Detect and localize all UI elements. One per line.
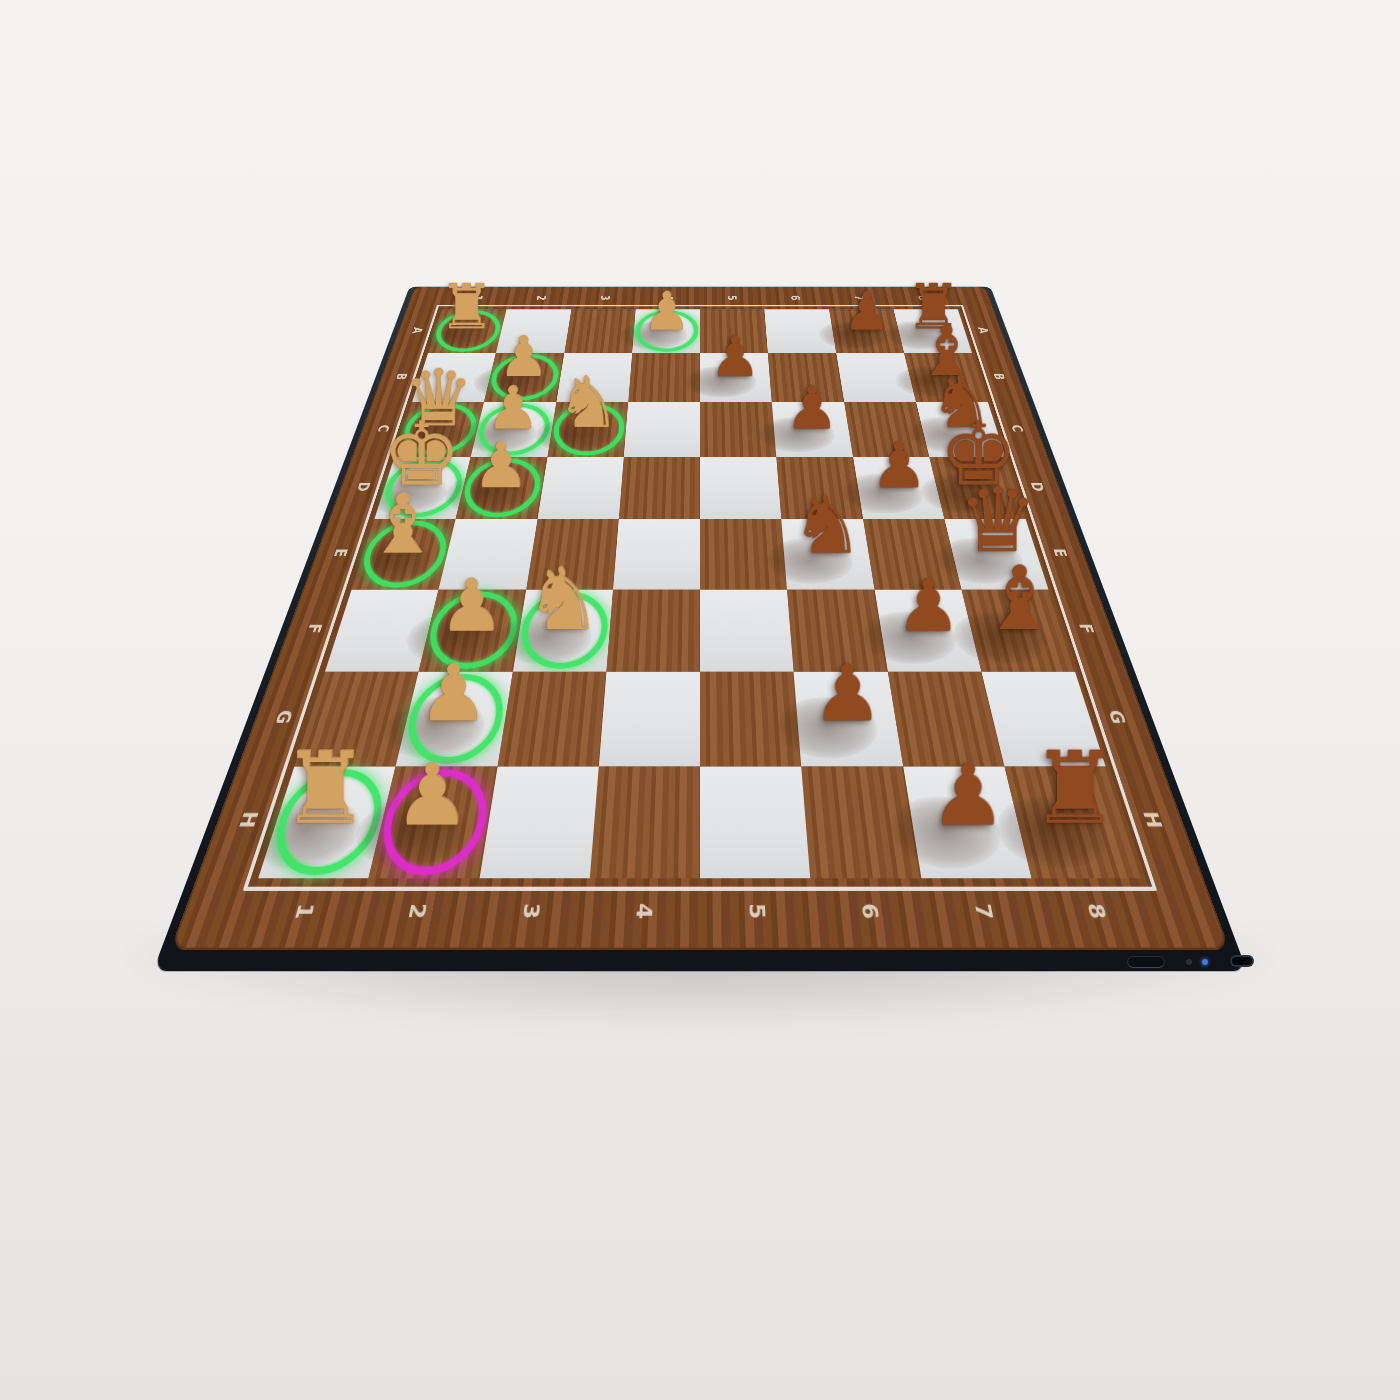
white-pawn-g2[interactable]: ♟ xyxy=(419,656,489,730)
square-a4[interactable]: ♟ xyxy=(632,309,700,353)
brown-pawn-g6[interactable]: ♟ xyxy=(813,656,883,730)
file-label-left-B: B xyxy=(393,373,410,380)
rank-label-far-8: 8 xyxy=(915,295,930,300)
square-f4[interactable] xyxy=(606,590,700,672)
rank-label-near-1: 1 xyxy=(290,903,318,920)
white-pawn-c2[interactable]: ♟ xyxy=(487,380,540,436)
square-g3[interactable] xyxy=(497,671,606,766)
square-h4[interactable] xyxy=(590,766,700,878)
white-knight-f3[interactable]: ♞ xyxy=(524,559,601,641)
file-label-left-E: E xyxy=(330,548,351,557)
rank-label-near-8: 8 xyxy=(1082,903,1110,920)
brown-pawn-b5[interactable]: ♟ xyxy=(710,331,760,384)
square-h3[interactable] xyxy=(479,766,598,878)
square-d3[interactable] xyxy=(537,457,623,519)
square-g6[interactable]: ♟ xyxy=(794,671,903,766)
rank-label-far-7: 7 xyxy=(852,295,866,300)
rank-label-near-7: 7 xyxy=(970,903,997,920)
square-f5[interactable] xyxy=(700,590,794,672)
rank-label-far-5: 5 xyxy=(725,295,738,300)
brown-knight-e6[interactable]: ♞ xyxy=(791,487,863,563)
square-a1[interactable]: ♜ xyxy=(428,309,507,353)
square-c6[interactable]: ♟ xyxy=(772,402,853,457)
status-led-blue xyxy=(1202,959,1208,965)
brown-rook-h8[interactable]: ♜ xyxy=(1030,741,1119,835)
chess-board: ♜♟♟♜♟♟♝♛♟♞♟♞♚♟♟♚♝♞♛♟♞♟♝♟♟♜♟♟♜ AA11BB22CC… xyxy=(170,287,1230,950)
playing-area: ♜♟♟♜♟♟♝♛♟♞♟♞♚♟♟♚♝♞♛♟♞♟♝♟♟♜♟♟♜ xyxy=(258,309,1142,878)
white-rook-h1[interactable]: ♜ xyxy=(281,741,370,835)
white-bishop-e1[interactable]: ♝ xyxy=(366,485,439,563)
rank-label-far-2: 2 xyxy=(534,295,548,300)
file-label-left-D: D xyxy=(353,482,373,492)
brown-pawn-c6[interactable]: ♟ xyxy=(786,380,839,436)
square-e6[interactable]: ♞ xyxy=(781,519,874,590)
square-c3[interactable]: ♞ xyxy=(547,402,628,457)
white-rook-a1[interactable]: ♜ xyxy=(439,278,495,337)
brown-pawn-d7[interactable]: ♟ xyxy=(871,436,927,496)
brown-pawn-f7[interactable]: ♟ xyxy=(896,572,961,641)
rank-label-near-6: 6 xyxy=(857,903,882,920)
rank-label-far-4: 4 xyxy=(662,295,675,300)
perspective-wrapper: ♜♟♟♜♟♟♝♛♟♞♟♞♚♟♟♚♝♞♛♟♞♟♝♟♟♜♟♟♜ AA11BB22CC… xyxy=(0,0,1400,1400)
square-d4[interactable] xyxy=(619,457,700,519)
square-h7[interactable]: ♟ xyxy=(903,766,1032,878)
file-label-right-B: B xyxy=(990,373,1007,380)
rank-label-near-2: 2 xyxy=(404,903,431,920)
file-label-right-D: D xyxy=(1027,482,1047,492)
rank-label-far-6: 6 xyxy=(788,295,802,300)
square-d2[interactable]: ♟ xyxy=(456,457,547,519)
file-label-left-F: F xyxy=(303,624,325,635)
white-knight-c3[interactable]: ♞ xyxy=(556,369,619,436)
square-h2[interactable]: ♟ xyxy=(369,766,498,878)
file-label-left-G: G xyxy=(271,710,296,725)
white-pawn-d2[interactable]: ♟ xyxy=(473,436,529,496)
brown-pawn-a7[interactable]: ♟ xyxy=(843,287,890,337)
white-pawn-h2[interactable]: ♟ xyxy=(394,755,470,835)
status-led-off xyxy=(1186,959,1192,965)
usb-c-port[interactable] xyxy=(1232,957,1252,965)
square-h6[interactable] xyxy=(801,766,920,878)
brown-pawn-h7[interactable]: ♟ xyxy=(930,755,1006,835)
square-c4[interactable] xyxy=(624,402,700,457)
square-f3[interactable]: ♞ xyxy=(513,590,613,672)
rank-label-near-5: 5 xyxy=(745,903,769,920)
file-label-right-E: E xyxy=(1050,548,1071,557)
file-label-right-H: H xyxy=(1138,811,1166,829)
rank-label-near-3: 3 xyxy=(517,903,542,920)
rank-label-near-4: 4 xyxy=(631,903,655,920)
square-b5[interactable]: ♟ xyxy=(700,353,772,402)
brown-bishop-f8[interactable]: ♝ xyxy=(980,557,1059,641)
power-button[interactable] xyxy=(1128,957,1164,967)
rank-label-far-3: 3 xyxy=(598,295,612,300)
file-label-left-C: C xyxy=(374,425,392,433)
square-h5[interactable] xyxy=(700,766,810,878)
scene: ♜♟♟♜♟♟♝♛♟♞♟♞♚♟♟♚♝♞♛♟♞♟♝♟♟♜♟♟♜ AA11BB22CC… xyxy=(0,0,1400,1400)
square-f8[interactable]: ♝ xyxy=(961,590,1075,672)
file-label-right-C: C xyxy=(1008,425,1026,433)
square-g4[interactable] xyxy=(599,671,700,766)
white-pawn-f2[interactable]: ♟ xyxy=(440,572,505,641)
file-label-right-F: F xyxy=(1075,624,1097,635)
file-label-left-A: A xyxy=(409,327,425,333)
file-label-right-G: G xyxy=(1104,710,1129,725)
square-d5[interactable] xyxy=(700,457,781,519)
square-e4[interactable] xyxy=(613,519,700,590)
file-label-right-A: A xyxy=(975,327,991,333)
rank-label-far-1: 1 xyxy=(470,295,485,300)
white-pawn-a4[interactable]: ♟ xyxy=(643,287,690,337)
